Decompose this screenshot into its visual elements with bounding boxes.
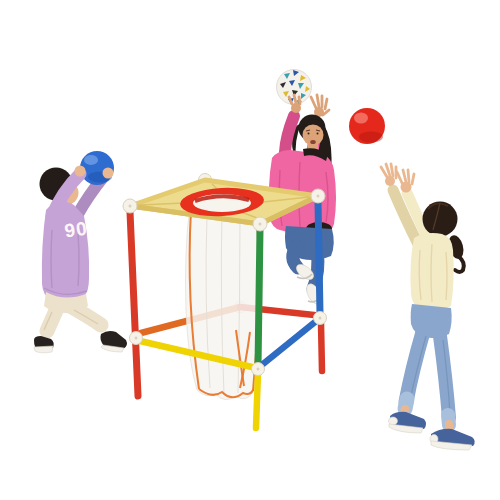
leg-front-green bbox=[258, 229, 260, 366]
brace-right-blue bbox=[263, 322, 315, 364]
leg-left-red bbox=[130, 212, 138, 396]
child-right bbox=[349, 108, 475, 450]
red-ball-highlight bbox=[354, 113, 368, 124]
left-boy-hand-near bbox=[75, 166, 86, 177]
leg-right-blue bbox=[318, 202, 320, 314]
red-ball bbox=[349, 108, 385, 144]
product-photo: 90 bbox=[0, 0, 500, 500]
left-boy-shoe-back bbox=[34, 336, 54, 353]
right-girl-hand-near bbox=[397, 170, 414, 193]
middle-girl-leg-front bbox=[293, 246, 298, 268]
right-girl-shoe-front bbox=[389, 412, 427, 433]
leg-right-lower-red bbox=[321, 323, 322, 371]
left-boy-shirt-number: 90 bbox=[63, 217, 89, 241]
scene-canvas: 90 bbox=[0, 0, 500, 500]
blue-ball-highlight bbox=[84, 155, 98, 165]
right-girl-leg-front bbox=[406, 332, 423, 402]
right-girl-hair bbox=[423, 202, 458, 237]
left-boy-leg-front bbox=[70, 306, 101, 325]
left-boy-shoe-front bbox=[100, 331, 127, 352]
right-girl-hand-far bbox=[381, 164, 396, 186]
right-girl-shoe-back bbox=[430, 429, 475, 450]
red-ball-shade bbox=[359, 132, 383, 143]
leg-front-lower-yellow bbox=[256, 373, 258, 428]
child-left: 90 bbox=[34, 151, 127, 353]
left-boy-hand-far bbox=[103, 168, 114, 179]
